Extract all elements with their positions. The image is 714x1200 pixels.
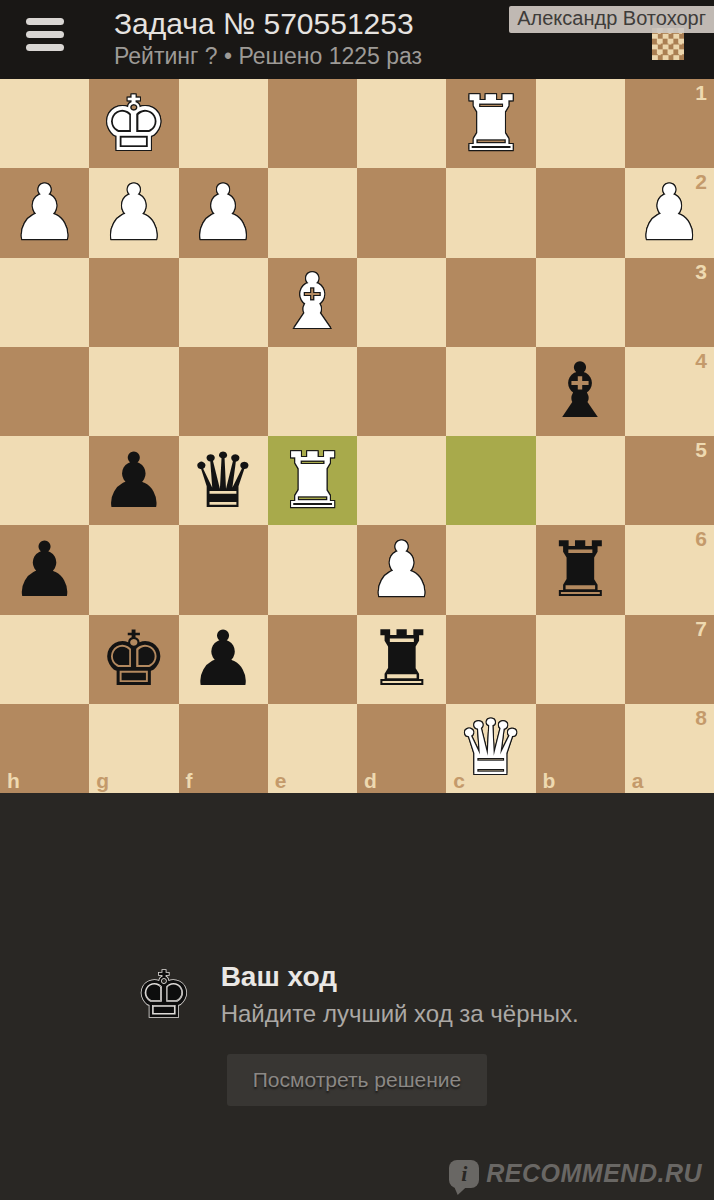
square-f5[interactable]: ♛ — [179, 436, 268, 525]
bottom-panel: ♚ Ваш ход Найдите лучший ход за чёрных. … — [0, 793, 714, 1200]
square-c2[interactable] — [446, 168, 535, 257]
square-d2[interactable] — [357, 168, 446, 257]
black-pawn[interactable]: ♟ — [189, 621, 257, 697]
chess-puzzle-app: Задача № 570551253 Рейтинг ? • Решено 12… — [0, 0, 714, 1200]
rank-label-4: 4 — [695, 349, 707, 373]
square-d3[interactable] — [357, 258, 446, 347]
square-a3[interactable]: 3 — [625, 258, 714, 347]
puzzle-title: Задача № 570551253 — [114, 7, 414, 41]
square-a6[interactable]: 6 — [625, 525, 714, 614]
square-h6[interactable]: ♟ — [0, 525, 89, 614]
square-f2[interactable]: ♟ — [179, 168, 268, 257]
square-g2[interactable]: ♟ — [89, 168, 178, 257]
file-label-e: e — [275, 769, 287, 793]
file-label-d: d — [364, 769, 377, 793]
square-e3[interactable]: ♝ — [268, 258, 357, 347]
square-b7[interactable] — [536, 615, 625, 704]
square-h5[interactable] — [0, 436, 89, 525]
white-king[interactable]: ♚ — [100, 86, 168, 162]
white-rook[interactable]: ♜ — [278, 443, 346, 519]
black-queen[interactable]: ♛ — [189, 443, 257, 519]
square-f8[interactable]: f — [179, 704, 268, 793]
square-g8[interactable]: g — [89, 704, 178, 793]
rank-label-2: 2 — [695, 170, 707, 194]
square-e1[interactable] — [268, 79, 357, 168]
square-c3[interactable] — [446, 258, 535, 347]
square-a4[interactable]: 4 — [625, 347, 714, 436]
white-bishop[interactable]: ♝ — [278, 264, 346, 340]
square-h3[interactable] — [0, 258, 89, 347]
view-solution-button[interactable]: Посмотреть решение — [227, 1054, 488, 1106]
turn-subtitle: Найдите лучший ход за чёрных. — [221, 1000, 579, 1028]
white-pawn[interactable]: ♟ — [635, 175, 703, 251]
square-h7[interactable] — [0, 615, 89, 704]
square-b8[interactable]: b — [536, 704, 625, 793]
file-label-a: a — [632, 769, 644, 793]
square-g1[interactable]: ♚ — [89, 79, 178, 168]
recommend-watermark-label: RECOMMEND.RU — [486, 1159, 702, 1188]
square-d7[interactable]: ♜ — [357, 615, 446, 704]
square-f4[interactable] — [179, 347, 268, 436]
black-bishop[interactable]: ♝ — [546, 353, 614, 429]
square-e8[interactable]: e — [268, 704, 357, 793]
square-f3[interactable] — [179, 258, 268, 347]
square-f6[interactable] — [179, 525, 268, 614]
square-e2[interactable] — [268, 168, 357, 257]
square-c4[interactable] — [446, 347, 535, 436]
square-h1[interactable] — [0, 79, 89, 168]
file-label-h: h — [7, 769, 20, 793]
puzzle-rating-info: Рейтинг ? • Решено 1225 раз — [114, 43, 422, 70]
file-label-b: b — [543, 769, 556, 793]
square-e4[interactable] — [268, 347, 357, 436]
white-pawn[interactable]: ♟ — [100, 175, 168, 251]
square-f7[interactable]: ♟ — [179, 615, 268, 704]
file-label-f: f — [186, 769, 193, 793]
app-header: Задача № 570551253 Рейтинг ? • Решено 12… — [0, 0, 714, 79]
square-b1[interactable] — [536, 79, 625, 168]
square-d8[interactable]: d — [357, 704, 446, 793]
black-pawn[interactable]: ♟ — [100, 443, 168, 519]
file-label-g: g — [96, 769, 109, 793]
black-king-icon: ♚ — [135, 963, 192, 1027]
white-pawn[interactable]: ♟ — [368, 532, 436, 608]
white-pawn[interactable]: ♟ — [189, 175, 257, 251]
square-a8[interactable]: 8a — [625, 704, 714, 793]
square-g7[interactable]: ♚ — [89, 615, 178, 704]
rank-label-1: 1 — [695, 81, 707, 105]
rank-label-3: 3 — [695, 260, 707, 284]
square-b6[interactable]: ♜ — [536, 525, 625, 614]
recommend-watermark: i RECOMMEND.RU — [449, 1159, 702, 1188]
square-a2[interactable]: ♟2 — [625, 168, 714, 257]
square-b3[interactable] — [536, 258, 625, 347]
square-c6[interactable] — [446, 525, 535, 614]
square-h4[interactable] — [0, 347, 89, 436]
square-b5[interactable] — [536, 436, 625, 525]
speech-bubble-icon: i — [449, 1160, 479, 1188]
rank-label-6: 6 — [695, 527, 707, 551]
white-rook[interactable]: ♜ — [457, 86, 525, 162]
square-b4[interactable]: ♝ — [536, 347, 625, 436]
square-c7[interactable] — [446, 615, 535, 704]
square-e6[interactable] — [268, 525, 357, 614]
rank-label-8: 8 — [695, 706, 707, 730]
square-g4[interactable] — [89, 347, 178, 436]
square-d1[interactable] — [357, 79, 446, 168]
white-queen[interactable]: ♛ — [457, 710, 525, 786]
square-h8[interactable]: h — [0, 704, 89, 793]
turn-indicator: ♚ Ваш ход Найдите лучший ход за чёрных. — [0, 793, 714, 1028]
square-h2[interactable]: ♟ — [0, 168, 89, 257]
square-f1[interactable] — [179, 79, 268, 168]
square-d4[interactable] — [357, 347, 446, 436]
chess-board: ♚♜1♟♟♟♟2♝3♝4♟♛♜5♟♟♜6♚♟♜7hgfed♛cb8a — [0, 79, 714, 793]
square-e7[interactable] — [268, 615, 357, 704]
black-king[interactable]: ♚ — [100, 621, 168, 697]
square-a7[interactable]: 7 — [625, 615, 714, 704]
square-c8[interactable]: ♛c — [446, 704, 535, 793]
black-rook[interactable]: ♜ — [368, 621, 436, 697]
black-pawn[interactable]: ♟ — [11, 532, 79, 608]
turn-title: Ваш ход — [221, 961, 579, 993]
white-pawn[interactable]: ♟ — [11, 175, 79, 251]
square-b2[interactable] — [536, 168, 625, 257]
square-g3[interactable] — [89, 258, 178, 347]
author-watermark: Александр Вотохорг — [509, 6, 714, 33]
file-label-c: c — [453, 769, 465, 793]
square-a5[interactable]: 5 — [625, 436, 714, 525]
square-g5[interactable]: ♟ — [89, 436, 178, 525]
square-d6[interactable]: ♟ — [357, 525, 446, 614]
square-a1[interactable]: 1 — [625, 79, 714, 168]
square-c5[interactable] — [446, 436, 535, 525]
menu-icon[interactable] — [26, 18, 64, 51]
square-g6[interactable] — [89, 525, 178, 614]
rank-label-7: 7 — [695, 617, 707, 641]
square-c1[interactable]: ♜ — [446, 79, 535, 168]
square-d5[interactable] — [357, 436, 446, 525]
square-e5[interactable]: ♜ — [268, 436, 357, 525]
rank-label-5: 5 — [695, 438, 707, 462]
black-rook[interactable]: ♜ — [546, 532, 614, 608]
